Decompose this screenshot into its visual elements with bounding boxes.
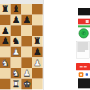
square-c7[interactable]: ♟ xyxy=(21,15,32,26)
square-b8[interactable]: ♝ xyxy=(11,4,22,15)
square-c2[interactable]: ♟ xyxy=(21,68,32,79)
piece-white-pawn[interactable]: ♟ xyxy=(12,47,20,58)
piece-black-rook[interactable]: ♜ xyxy=(33,36,41,47)
square-d7[interactable] xyxy=(32,15,43,26)
chess-board: ♜♝♟♟♟♟♞♜♟♟♞♟♞♟♜♚ xyxy=(0,4,43,89)
square-a7[interactable] xyxy=(0,15,11,26)
piece-black-knight[interactable]: ♞ xyxy=(12,36,20,47)
piece-black-pawn[interactable]: ♟ xyxy=(23,15,31,26)
piece-black-pawn[interactable]: ♟ xyxy=(1,36,9,47)
banner-thumbnail xyxy=(86,20,89,23)
piece-black-rook[interactable]: ♜ xyxy=(1,4,9,15)
square-d3[interactable]: ♟ xyxy=(32,57,43,68)
piece-white-knight[interactable]: ♞ xyxy=(1,57,9,68)
square-b3[interactable] xyxy=(11,57,22,68)
piece-black-pawn[interactable]: ♟ xyxy=(1,25,9,36)
phone-icon: ✆ xyxy=(81,31,85,36)
square-c8[interactable] xyxy=(21,4,32,15)
square-b7[interactable]: ♟ xyxy=(11,15,22,26)
square-c6[interactable] xyxy=(21,25,32,36)
piece-white-pawn[interactable]: ♟ xyxy=(23,68,31,79)
page: ♜♝♟♟♟♟♞♜♟♟♞♟♞♟♜♚ ✆ xyxy=(0,0,90,90)
piece-white-king[interactable]: ♚ xyxy=(23,79,31,90)
square-b1[interactable]: ♜ xyxy=(11,79,22,90)
icons-row xyxy=(76,72,90,77)
piece-black-pawn[interactable]: ♟ xyxy=(33,47,41,58)
square-c1[interactable]: ♚ xyxy=(21,79,32,90)
square-c5[interactable] xyxy=(21,36,32,47)
text-line xyxy=(77,43,88,44)
board-right-edge-divider xyxy=(43,0,44,90)
square-b2[interactable]: ♞ xyxy=(11,68,22,79)
blue-social-icon[interactable] xyxy=(86,73,88,75)
square-c3[interactable] xyxy=(21,57,32,68)
square-a1[interactable] xyxy=(0,79,11,90)
square-a2[interactable] xyxy=(0,68,11,79)
square-b4[interactable]: ♟ xyxy=(11,47,22,58)
screenshot-viewport: ♜♝♟♟♟♟♞♜♟♟♞♟♞♟♜♚ ✆ xyxy=(0,0,90,90)
button-text-dash xyxy=(83,66,86,67)
dark-embed[interactable] xyxy=(78,78,90,88)
square-a6[interactable]: ♟ xyxy=(0,25,11,36)
red-banner[interactable] xyxy=(78,19,90,25)
piece-white-knight[interactable]: ♞ xyxy=(12,68,20,79)
square-c4[interactable] xyxy=(21,47,32,58)
text-card[interactable] xyxy=(76,41,90,58)
square-d4[interactable]: ♟ xyxy=(32,47,43,58)
square-d1[interactable] xyxy=(32,79,43,90)
orange-app-icon[interactable] xyxy=(79,72,84,77)
piece-black-pawn[interactable]: ♟ xyxy=(12,15,20,26)
text-line xyxy=(77,49,88,50)
square-b6[interactable] xyxy=(11,25,22,36)
piece-black-bishop[interactable]: ♝ xyxy=(12,4,20,15)
button-text-dash xyxy=(79,66,82,67)
square-a8[interactable]: ♜ xyxy=(0,4,11,15)
right-sidebar: ✆ xyxy=(76,0,90,90)
square-d8[interactable] xyxy=(32,4,43,15)
green-strip xyxy=(78,25,90,27)
square-a4[interactable] xyxy=(0,47,11,58)
whatsapp-button[interactable]: ✆ xyxy=(79,28,89,38)
square-b5[interactable]: ♞ xyxy=(11,36,22,47)
square-a3[interactable]: ♞ xyxy=(0,57,11,68)
piece-white-pawn[interactable]: ♟ xyxy=(33,57,41,68)
text-line xyxy=(77,45,88,46)
square-d6[interactable] xyxy=(32,25,43,36)
square-d5[interactable]: ♜ xyxy=(32,36,43,47)
red-cta-button[interactable] xyxy=(76,63,90,70)
text-line xyxy=(77,47,88,48)
text-line xyxy=(77,51,85,52)
piece-white-rook[interactable]: ♜ xyxy=(12,79,20,90)
video-embed[interactable] xyxy=(78,8,90,15)
square-d2[interactable] xyxy=(32,68,43,79)
square-a5[interactable]: ♟ xyxy=(0,36,11,47)
orange-app-icon-center xyxy=(80,74,82,76)
